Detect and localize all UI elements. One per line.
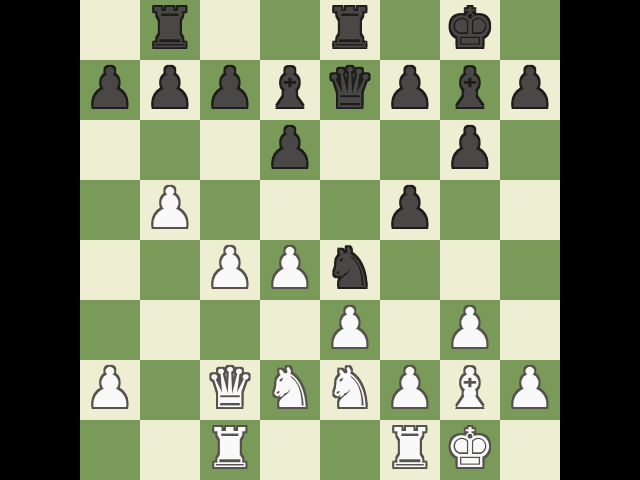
black-pawn-f5-icon[interactable]: ♟ (385, 178, 434, 238)
square-d1[interactable] (260, 420, 320, 480)
black-bishop-d7-icon[interactable]: ♝ (265, 58, 314, 118)
square-f6[interactable] (380, 120, 440, 180)
square-c1[interactable]: ♜ (200, 420, 260, 480)
white-pawn-a2-icon[interactable]: ♟ (85, 358, 134, 418)
square-h3[interactable] (500, 300, 560, 360)
white-king-g1-icon[interactable]: ♚ (445, 418, 494, 478)
square-b2[interactable] (140, 360, 200, 420)
white-pawn-h2-icon[interactable]: ♟ (505, 358, 554, 418)
black-pawn-g6-icon[interactable]: ♟ (445, 118, 494, 178)
square-a7[interactable]: ♟ (80, 60, 140, 120)
screenshot-stage: ♜♜♚♟♟♟♝♛♟♝♟♟♟♟♟♟♟♞♟♟♟♛♞♞♟♝♟♜♜♚ (0, 0, 640, 480)
black-rook-e8-icon[interactable]: ♜ (325, 0, 374, 58)
black-pawn-h7-icon[interactable]: ♟ (505, 58, 554, 118)
square-d5[interactable] (260, 180, 320, 240)
square-d6[interactable]: ♟ (260, 120, 320, 180)
square-e8[interactable]: ♜ (320, 0, 380, 60)
square-f7[interactable]: ♟ (380, 60, 440, 120)
square-e5[interactable] (320, 180, 380, 240)
square-g3[interactable]: ♟ (440, 300, 500, 360)
black-pawn-c7-icon[interactable]: ♟ (205, 58, 254, 118)
square-g7[interactable]: ♝ (440, 60, 500, 120)
square-e3[interactable]: ♟ (320, 300, 380, 360)
square-a2[interactable]: ♟ (80, 360, 140, 420)
square-h2[interactable]: ♟ (500, 360, 560, 420)
square-f5[interactable]: ♟ (380, 180, 440, 240)
square-g5[interactable] (440, 180, 500, 240)
white-rook-f1-icon[interactable]: ♜ (385, 418, 434, 478)
white-bishop-g2-icon[interactable]: ♝ (445, 358, 494, 418)
square-a5[interactable] (80, 180, 140, 240)
white-queen-c2-icon[interactable]: ♛ (205, 358, 254, 418)
square-a6[interactable] (80, 120, 140, 180)
square-b5[interactable]: ♟ (140, 180, 200, 240)
black-pawn-a7-icon[interactable]: ♟ (85, 58, 134, 118)
white-rook-c1-icon[interactable]: ♜ (205, 418, 254, 478)
square-h1[interactable] (500, 420, 560, 480)
white-pawn-g3-icon[interactable]: ♟ (445, 298, 494, 358)
white-knight-e2-icon[interactable]: ♞ (325, 358, 374, 418)
black-knight-e4-icon[interactable]: ♞ (325, 238, 374, 298)
square-f2[interactable]: ♟ (380, 360, 440, 420)
white-pawn-e3-icon[interactable]: ♟ (325, 298, 374, 358)
square-c3[interactable] (200, 300, 260, 360)
square-d4[interactable]: ♟ (260, 240, 320, 300)
white-pawn-c4-icon[interactable]: ♟ (205, 238, 254, 298)
square-f3[interactable] (380, 300, 440, 360)
square-h5[interactable] (500, 180, 560, 240)
square-b6[interactable] (140, 120, 200, 180)
square-g2[interactable]: ♝ (440, 360, 500, 420)
black-pawn-b7-icon[interactable]: ♟ (145, 58, 194, 118)
square-h6[interactable] (500, 120, 560, 180)
chess-board[interactable]: ♜♜♚♟♟♟♝♛♟♝♟♟♟♟♟♟♟♞♟♟♟♛♞♞♟♝♟♜♜♚ (80, 0, 560, 480)
black-bishop-g7-icon[interactable]: ♝ (445, 58, 494, 118)
square-d7[interactable]: ♝ (260, 60, 320, 120)
square-a8[interactable] (80, 0, 140, 60)
black-rook-b8-icon[interactable]: ♜ (145, 0, 194, 58)
square-a4[interactable] (80, 240, 140, 300)
square-c7[interactable]: ♟ (200, 60, 260, 120)
square-b7[interactable]: ♟ (140, 60, 200, 120)
left-letterbox-bar (0, 0, 80, 480)
square-c2[interactable]: ♛ (200, 360, 260, 420)
square-h7[interactable]: ♟ (500, 60, 560, 120)
square-d8[interactable] (260, 0, 320, 60)
square-c6[interactable] (200, 120, 260, 180)
square-g6[interactable]: ♟ (440, 120, 500, 180)
square-h4[interactable] (500, 240, 560, 300)
black-pawn-f7-icon[interactable]: ♟ (385, 58, 434, 118)
square-e2[interactable]: ♞ (320, 360, 380, 420)
black-pawn-d6-icon[interactable]: ♟ (265, 118, 314, 178)
black-queen-e7-icon[interactable]: ♛ (325, 58, 374, 118)
black-king-g8-icon[interactable]: ♚ (445, 0, 494, 58)
square-e6[interactable] (320, 120, 380, 180)
square-f4[interactable] (380, 240, 440, 300)
square-h8[interactable] (500, 0, 560, 60)
white-knight-d2-icon[interactable]: ♞ (265, 358, 314, 418)
square-c5[interactable] (200, 180, 260, 240)
square-g4[interactable] (440, 240, 500, 300)
white-pawn-b5-icon[interactable]: ♟ (145, 178, 194, 238)
square-e1[interactable] (320, 420, 380, 480)
white-pawn-f2-icon[interactable]: ♟ (385, 358, 434, 418)
square-e4[interactable]: ♞ (320, 240, 380, 300)
square-b8[interactable]: ♜ (140, 0, 200, 60)
square-d2[interactable]: ♞ (260, 360, 320, 420)
square-b4[interactable] (140, 240, 200, 300)
square-b1[interactable] (140, 420, 200, 480)
square-a3[interactable] (80, 300, 140, 360)
square-c8[interactable] (200, 0, 260, 60)
square-c4[interactable]: ♟ (200, 240, 260, 300)
square-b3[interactable] (140, 300, 200, 360)
white-pawn-d4-icon[interactable]: ♟ (265, 238, 314, 298)
square-f8[interactable] (380, 0, 440, 60)
square-f1[interactable]: ♜ (380, 420, 440, 480)
square-a1[interactable] (80, 420, 140, 480)
square-e7[interactable]: ♛ (320, 60, 380, 120)
square-g1[interactable]: ♚ (440, 420, 500, 480)
square-g8[interactable]: ♚ (440, 0, 500, 60)
square-d3[interactable] (260, 300, 320, 360)
right-letterbox-bar (560, 0, 640, 480)
